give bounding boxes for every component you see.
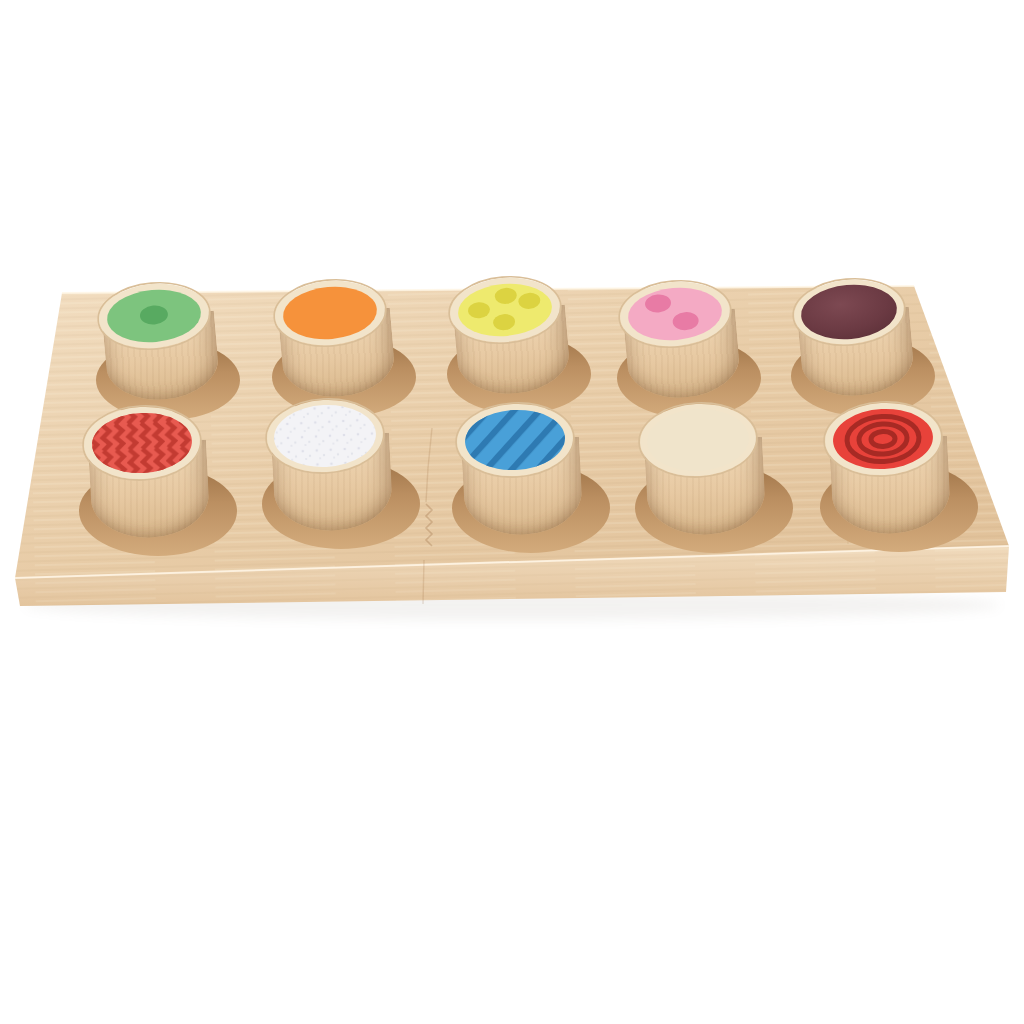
piece-red-concentric-rings[interactable] [813, 390, 956, 538]
piece-cream-smooth[interactable] [628, 391, 771, 539]
piece-face [608, 268, 743, 361]
piece-face [782, 266, 917, 359]
piece-white-fuzzy-felt[interactable] [255, 387, 398, 535]
piece-face [813, 390, 954, 489]
piece-red-chevron-ridges[interactable] [72, 394, 215, 542]
piece-green-center-dot[interactable] [87, 270, 225, 406]
piece-orange-smooth[interactable] [263, 267, 401, 403]
piece-face [87, 270, 222, 363]
piece-face [438, 264, 573, 357]
piece-yellow-four-dimples[interactable] [438, 264, 576, 400]
piece-face [255, 387, 396, 486]
piece-brown-smooth-dark[interactable] [782, 266, 920, 402]
piece-face [263, 267, 398, 360]
piece-blue-diagonal-ridges[interactable] [445, 391, 588, 539]
product-photo-scene [0, 0, 1024, 1024]
piece-face [72, 394, 213, 493]
piece-face [445, 391, 586, 490]
piece-face [628, 391, 769, 490]
piece-pink-two-dimples[interactable] [608, 268, 746, 404]
